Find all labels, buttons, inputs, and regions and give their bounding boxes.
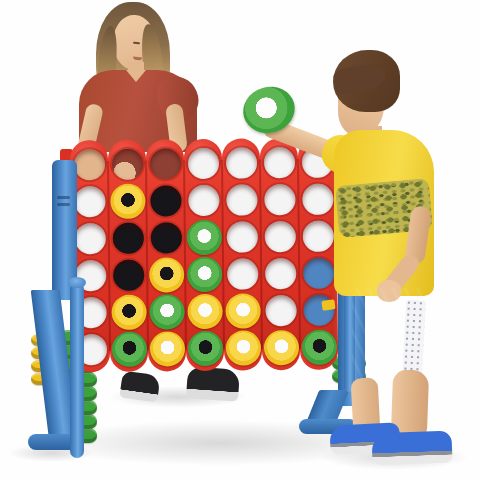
cell-g3[interactable] bbox=[303, 257, 334, 288]
scene bbox=[0, 0, 480, 480]
cell-a5[interactable] bbox=[74, 186, 105, 217]
cell-a6[interactable] bbox=[73, 149, 104, 180]
cell-e6[interactable] bbox=[225, 147, 256, 178]
cell-g1-disc[interactable] bbox=[301, 329, 336, 364]
cell-e4[interactable] bbox=[226, 221, 257, 252]
cell-a4[interactable] bbox=[74, 223, 105, 254]
cell-b2-disc[interactable] bbox=[111, 294, 146, 329]
cell-c1-disc[interactable] bbox=[149, 331, 184, 366]
cell-d6[interactable] bbox=[187, 147, 218, 178]
cell-b5-disc[interactable] bbox=[110, 183, 145, 218]
cell-e3[interactable] bbox=[227, 258, 258, 289]
cell-b1-disc[interactable] bbox=[111, 331, 146, 366]
left-storage-pole bbox=[70, 282, 84, 458]
cell-c6[interactable] bbox=[149, 148, 180, 179]
cell-g5[interactable] bbox=[302, 183, 333, 214]
cell-e5[interactable] bbox=[226, 184, 257, 215]
left-storage-pole-cap bbox=[68, 277, 86, 288]
cell-d3-disc[interactable] bbox=[187, 256, 222, 291]
cell-c5[interactable] bbox=[150, 185, 181, 216]
frame-left-slot-1 bbox=[57, 196, 70, 199]
cell-c2-disc[interactable] bbox=[149, 294, 184, 329]
frame-left-slot-2 bbox=[57, 203, 70, 206]
woman-shoe-right bbox=[186, 366, 240, 402]
boy-shorts-stripe bbox=[402, 300, 426, 379]
cell-f2[interactable] bbox=[265, 295, 296, 326]
cell-d2-disc[interactable] bbox=[187, 293, 222, 328]
cell-e1-disc[interactable] bbox=[225, 330, 260, 365]
boy-shoe-rear bbox=[371, 431, 452, 466]
cell-d4-disc[interactable] bbox=[186, 219, 221, 254]
cell-g4[interactable] bbox=[302, 220, 333, 251]
cell-c4[interactable] bbox=[150, 222, 181, 253]
cell-e2-disc[interactable] bbox=[225, 293, 260, 328]
board bbox=[70, 138, 338, 373]
frame-right-latch bbox=[321, 299, 335, 311]
cell-f6[interactable] bbox=[263, 147, 294, 178]
cell-f4[interactable] bbox=[264, 221, 295, 252]
cell-d1-disc[interactable] bbox=[187, 330, 222, 365]
cell-b3[interactable] bbox=[113, 259, 144, 290]
cell-b6[interactable] bbox=[111, 148, 142, 179]
cell-f3[interactable] bbox=[265, 258, 296, 289]
woman-shoe-left bbox=[119, 370, 160, 402]
cell-d5[interactable] bbox=[188, 184, 219, 215]
cell-c3-disc[interactable] bbox=[149, 257, 184, 292]
cell-f1-disc[interactable] bbox=[263, 330, 298, 365]
cell-b4[interactable] bbox=[112, 222, 143, 253]
cell-f5[interactable] bbox=[264, 184, 295, 215]
